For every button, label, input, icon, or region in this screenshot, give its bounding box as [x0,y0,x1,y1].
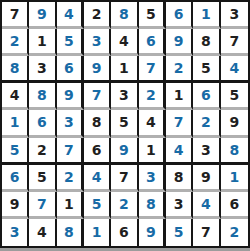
cell-r4c3[interactable]: 9 [57,83,84,110]
cell-r2c1[interactable]: 2 [2,29,29,56]
cell-r6c3[interactable]: 7 [57,138,84,165]
cell-r6c1[interactable]: 5 [2,138,29,165]
sudoku-grid: 7942856132153469878369172544897321651638… [0,0,250,248]
cell-r2c4[interactable]: 3 [84,29,111,56]
cell-r1c6[interactable]: 5 [139,2,166,29]
cell-r3c1[interactable]: 8 [2,56,29,83]
cell-r5c2[interactable]: 6 [29,110,56,137]
cell-r6c4[interactable]: 6 [84,138,111,165]
cell-r7c8[interactable]: 9 [193,165,220,192]
cell-r3c4[interactable]: 9 [84,56,111,83]
cell-r5c1[interactable]: 1 [2,110,29,137]
sudoku-board: 7942856132153469878369172544897321651638… [0,0,250,251]
cell-r3c8[interactable]: 5 [193,56,220,83]
cell-r9c4[interactable]: 1 [84,219,111,246]
cell-r5c8[interactable]: 2 [193,110,220,137]
cell-r8c2[interactable]: 7 [29,192,56,219]
cell-r7c4[interactable]: 4 [84,165,111,192]
cell-r9c3[interactable]: 8 [57,219,84,246]
cell-r5c9[interactable]: 9 [221,110,248,137]
cell-r3c5[interactable]: 1 [111,56,138,83]
cell-r2c3[interactable]: 5 [57,29,84,56]
cell-r1c9[interactable]: 3 [221,2,248,29]
cell-r4c4[interactable]: 7 [84,83,111,110]
cell-r2c5[interactable]: 4 [111,29,138,56]
cell-r1c4[interactable]: 2 [84,2,111,29]
cell-r7c7[interactable]: 8 [166,165,193,192]
cell-r5c4[interactable]: 8 [84,110,111,137]
cell-r5c6[interactable]: 4 [139,110,166,137]
cell-r3c3[interactable]: 6 [57,56,84,83]
cell-r1c8[interactable]: 1 [193,2,220,29]
cell-r8c5[interactable]: 2 [111,192,138,219]
cell-r5c3[interactable]: 3 [57,110,84,137]
cell-r1c5[interactable]: 8 [111,2,138,29]
cell-r9c6[interactable]: 9 [139,219,166,246]
cell-r8c3[interactable]: 1 [57,192,84,219]
cell-r9c9[interactable]: 2 [221,219,248,246]
cell-r7c2[interactable]: 5 [29,165,56,192]
cell-r4c1[interactable]: 4 [2,83,29,110]
cell-r5c7[interactable]: 7 [166,110,193,137]
cell-r6c7[interactable]: 4 [166,138,193,165]
cell-r8c6[interactable]: 8 [139,192,166,219]
cell-r3c7[interactable]: 2 [166,56,193,83]
cell-r7c3[interactable]: 2 [57,165,84,192]
cell-r2c2[interactable]: 1 [29,29,56,56]
cell-r1c7[interactable]: 6 [166,2,193,29]
cell-r1c2[interactable]: 9 [29,2,56,29]
cell-r5c5[interactable]: 5 [111,110,138,137]
cell-r1c3[interactable]: 4 [57,2,84,29]
cell-r9c1[interactable]: 3 [2,219,29,246]
cell-r8c1[interactable]: 9 [2,192,29,219]
cell-r4c9[interactable]: 5 [221,83,248,110]
cell-r8c4[interactable]: 5 [84,192,111,219]
cell-r7c1[interactable]: 6 [2,165,29,192]
cell-r6c6[interactable]: 1 [139,138,166,165]
cell-r9c2[interactable]: 4 [29,219,56,246]
cell-r9c7[interactable]: 5 [166,219,193,246]
cell-r2c9[interactable]: 7 [221,29,248,56]
cell-r3c6[interactable]: 7 [139,56,166,83]
cell-r7c5[interactable]: 7 [111,165,138,192]
cell-r4c2[interactable]: 8 [29,83,56,110]
cell-r9c5[interactable]: 6 [111,219,138,246]
cell-r2c6[interactable]: 6 [139,29,166,56]
cell-r6c9[interactable]: 8 [221,138,248,165]
cell-r8c9[interactable]: 6 [221,192,248,219]
cell-r7c9[interactable]: 1 [221,165,248,192]
cell-r9c8[interactable]: 7 [193,219,220,246]
cell-r8c8[interactable]: 4 [193,192,220,219]
cell-r6c2[interactable]: 2 [29,138,56,165]
cell-r6c5[interactable]: 9 [111,138,138,165]
cell-r2c8[interactable]: 8 [193,29,220,56]
cell-r8c7[interactable]: 3 [166,192,193,219]
cell-r4c7[interactable]: 1 [166,83,193,110]
cell-r6c8[interactable]: 3 [193,138,220,165]
cell-r3c2[interactable]: 3 [29,56,56,83]
cell-r4c6[interactable]: 2 [139,83,166,110]
cell-r4c8[interactable]: 6 [193,83,220,110]
cell-r3c9[interactable]: 4 [221,56,248,83]
cell-r7c6[interactable]: 3 [139,165,166,192]
cell-r1c1[interactable]: 7 [2,2,29,29]
cell-r4c5[interactable]: 3 [111,83,138,110]
cell-r2c7[interactable]: 9 [166,29,193,56]
